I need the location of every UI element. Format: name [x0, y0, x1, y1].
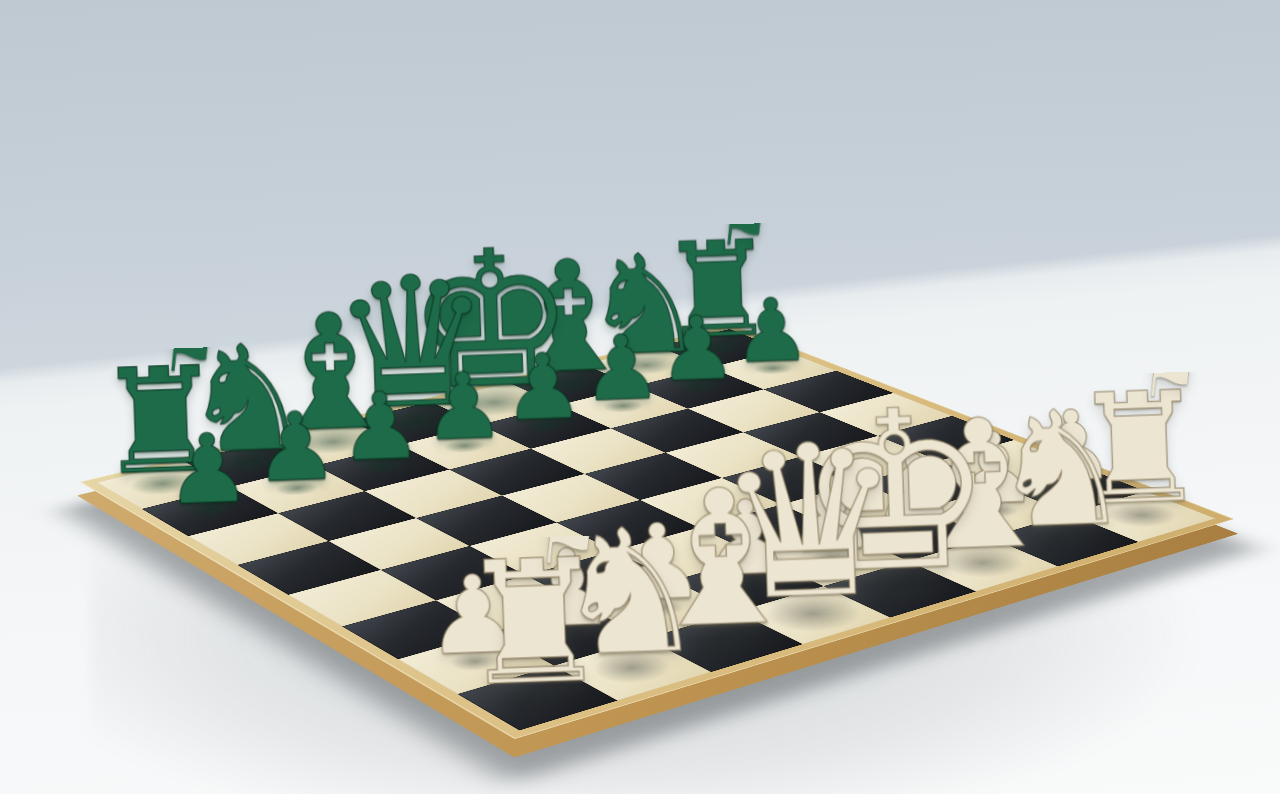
photo-scene: ♜⚑♞♟♝♟♚♟♛♟♝♟♞♟♜⚑♟♟♟♟♜⚑♟♞♟♝♟♚♟♛♟♝♟♞♜⚑ — [0, 0, 1280, 794]
rook-flag-icon: ⚑ — [531, 499, 606, 580]
rook-glyph: ♜⚑ — [455, 535, 613, 710]
board-tilt-wrapper: ♜⚑♞♟♝♟♚♟♛♟♝♟♞♟♜⚑♟♟♟♟♜⚑♟♞♟♝♟♚♟♛♟♝♟♞♜⚑ — [80, 324, 1235, 739]
chessboard: ♜⚑♞♟♝♟♚♟♛♟♝♟♞♟♜⚑♟♟♟♟♜⚑♟♞♟♝♟♚♟♛♟♝♟♞♜⚑ — [211, 71, 1069, 794]
rook-flag-icon: ⚑ — [715, 195, 772, 258]
rook-flag-icon: ⚑ — [158, 316, 221, 385]
rook-flag-icon: ⚑ — [1136, 339, 1203, 412]
